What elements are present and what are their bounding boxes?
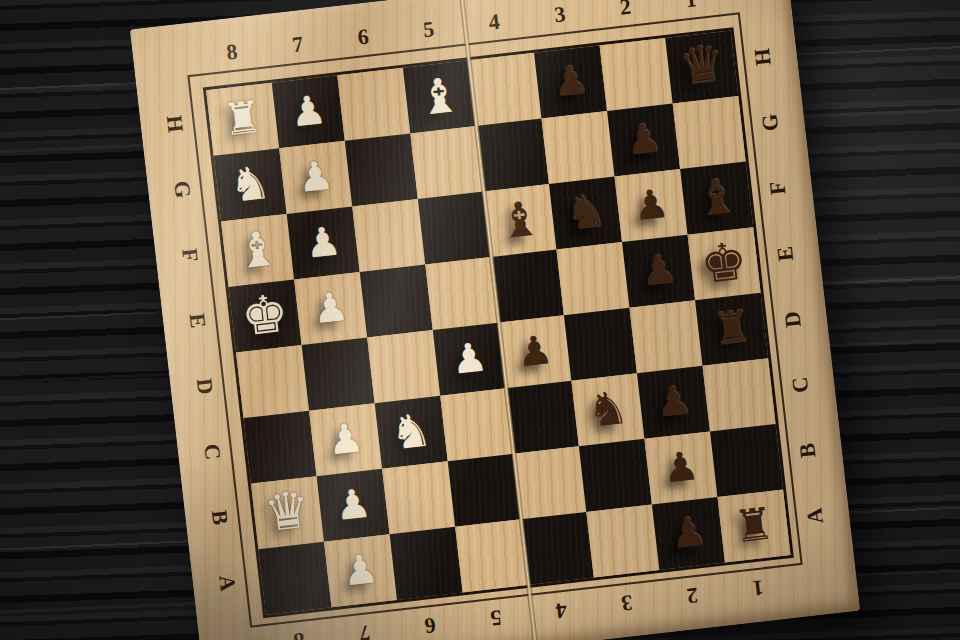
- piece-white-bishop-h5[interactable]: ♝: [403, 60, 476, 131]
- square-g7[interactable]: ♟: [279, 141, 352, 214]
- square-a3[interactable]: [586, 504, 659, 577]
- square-f7[interactable]: ♟: [287, 206, 360, 279]
- square-h4[interactable]: [468, 53, 541, 126]
- square-a8[interactable]: [258, 542, 331, 615]
- square-a4[interactable]: [521, 512, 594, 585]
- square-e5[interactable]: [425, 257, 498, 330]
- square-c2[interactable]: ♟: [637, 366, 710, 439]
- coordinate-label-left-G: G: [146, 158, 218, 221]
- square-e8[interactable]: ♚: [229, 279, 302, 352]
- piece-black-bishop-f4[interactable]: ♝: [483, 184, 556, 255]
- piece-white-pawn-c7[interactable]: ♟: [309, 403, 382, 474]
- piece-black-rook-d1[interactable]: ♜: [695, 293, 768, 364]
- coordinate-label-bottom-1: 1: [722, 556, 794, 619]
- square-b5[interactable]: [448, 454, 521, 527]
- square-e6[interactable]: [360, 265, 433, 338]
- board-grid: ♜♟♝♟♛♞♟♟♝♟♝♞♟♝♚♟♟♚♟♟♜♟♞♞♟♛♟♟♟♟♜: [203, 27, 794, 618]
- piece-black-pawn-e2[interactable]: ♟: [622, 235, 695, 306]
- square-d1[interactable]: ♜: [695, 293, 768, 366]
- square-g2[interactable]: ♟: [607, 103, 680, 176]
- square-f3[interactable]: ♞: [549, 177, 622, 250]
- piece-white-pawn-d5[interactable]: ♟: [433, 323, 506, 394]
- square-e4[interactable]: [491, 250, 564, 323]
- square-h2[interactable]: [600, 38, 673, 111]
- square-h7[interactable]: ♟: [272, 75, 345, 148]
- square-e7[interactable]: ♟: [294, 272, 367, 345]
- square-g4[interactable]: [476, 118, 549, 191]
- piece-black-pawn-c2[interactable]: ♟: [637, 366, 710, 437]
- piece-white-knight-c6[interactable]: ♞: [375, 396, 448, 467]
- square-d7[interactable]: [302, 338, 375, 411]
- square-f6[interactable]: [352, 199, 425, 272]
- coordinate-label-top-3: 3: [524, 0, 596, 46]
- piece-white-knight-g8[interactable]: ♞: [214, 148, 287, 219]
- square-g8[interactable]: ♞: [214, 148, 287, 221]
- square-h3[interactable]: ♟: [534, 45, 607, 118]
- square-h1[interactable]: ♛: [665, 30, 738, 103]
- coordinate-label-top-8: 8: [196, 20, 268, 83]
- square-c7[interactable]: ♟: [309, 403, 382, 476]
- square-g3[interactable]: [541, 111, 614, 184]
- coordinate-label-top-4: 4: [458, 0, 530, 54]
- square-b1[interactable]: [710, 424, 783, 497]
- coordinate-label-bottom-3: 3: [591, 571, 663, 634]
- piece-black-pawn-h3[interactable]: ♟: [534, 45, 607, 116]
- square-d6[interactable]: [367, 330, 440, 403]
- piece-black-queen-h1[interactable]: ♛: [665, 30, 738, 101]
- square-b3[interactable]: [579, 439, 652, 512]
- square-a2[interactable]: ♟: [652, 497, 725, 570]
- square-b2[interactable]: ♟: [644, 431, 717, 504]
- table-background: 87654321 87654321 HGFEDCBA HGFEDCBA ♜♟♝♟…: [0, 0, 960, 640]
- piece-white-pawn-g7[interactable]: ♟: [279, 141, 352, 212]
- coordinate-label-top-2: 2: [589, 0, 661, 39]
- piece-white-queen-b8[interactable]: ♛: [251, 476, 324, 547]
- square-a5[interactable]: [455, 519, 528, 592]
- square-e3[interactable]: [556, 242, 629, 315]
- square-f8[interactable]: ♝: [221, 214, 294, 287]
- coordinate-label-left-H: H: [139, 92, 211, 155]
- square-c8[interactable]: [243, 411, 316, 484]
- square-a7[interactable]: ♟: [324, 534, 397, 607]
- coordinate-label-top-5: 5: [393, 0, 465, 61]
- square-h8[interactable]: ♜: [206, 83, 279, 156]
- square-f1[interactable]: ♝: [680, 162, 753, 235]
- coordinate-label-left-B: B: [184, 486, 256, 549]
- square-a1[interactable]: ♜: [717, 489, 790, 562]
- piece-black-rook-a1[interactable]: ♜: [717, 489, 790, 560]
- piece-black-pawn-d4[interactable]: ♟: [498, 315, 571, 386]
- coordinate-label-top-6: 6: [327, 6, 399, 69]
- piece-white-pawn-a7[interactable]: ♟: [324, 534, 397, 605]
- chess-board: 87654321 87654321 HGFEDCBA HGFEDCBA ♜♟♝♟…: [130, 0, 860, 640]
- piece-black-king-e1[interactable]: ♚: [688, 227, 761, 298]
- piece-white-bishop-f8[interactable]: ♝: [221, 214, 294, 285]
- coordinate-label-left-E: E: [161, 289, 233, 352]
- square-e2[interactable]: ♟: [622, 235, 695, 308]
- piece-white-rook-h8[interactable]: ♜: [206, 83, 279, 154]
- square-f4[interactable]: ♝: [483, 184, 556, 257]
- piece-white-king-e8[interactable]: ♚: [229, 279, 302, 350]
- square-c3[interactable]: ♞: [571, 373, 644, 446]
- square-e1[interactable]: ♚: [688, 227, 761, 300]
- coordinate-label-bottom-2: 2: [656, 564, 728, 627]
- square-f5[interactable]: [418, 191, 491, 264]
- square-h6[interactable]: [337, 68, 410, 141]
- square-b6[interactable]: [382, 461, 455, 534]
- piece-white-pawn-b7[interactable]: ♟: [317, 469, 390, 540]
- coordinate-label-left-F: F: [154, 224, 226, 287]
- piece-white-pawn-f7[interactable]: ♟: [287, 206, 360, 277]
- square-b8[interactable]: ♛: [251, 476, 324, 549]
- piece-black-pawn-b2[interactable]: ♟: [644, 431, 717, 502]
- square-c5[interactable]: [440, 388, 513, 461]
- square-d3[interactable]: [564, 308, 637, 381]
- square-g6[interactable]: [345, 133, 418, 206]
- piece-black-knight-c3[interactable]: ♞: [571, 373, 644, 444]
- square-b4[interactable]: [513, 446, 586, 519]
- coordinate-label-top-1: 1: [655, 0, 727, 31]
- coordinate-label-left-A: A: [191, 551, 263, 614]
- square-f2[interactable]: ♟: [615, 169, 688, 242]
- piece-black-pawn-f2[interactable]: ♟: [615, 169, 688, 240]
- square-h5[interactable]: ♝: [403, 60, 476, 133]
- square-c1[interactable]: [703, 358, 776, 431]
- coordinate-label-bottom-4: 4: [525, 579, 597, 640]
- piece-black-pawn-g2[interactable]: ♟: [607, 103, 680, 174]
- square-d8[interactable]: [236, 345, 309, 418]
- piece-white-pawn-e7[interactable]: ♟: [294, 272, 367, 343]
- square-g5[interactable]: [410, 126, 483, 199]
- square-d4[interactable]: ♟: [498, 315, 571, 388]
- square-b7[interactable]: ♟: [317, 469, 390, 542]
- piece-black-knight-f3[interactable]: ♞: [549, 177, 622, 248]
- piece-black-pawn-a2[interactable]: ♟: [652, 497, 725, 568]
- piece-black-bishop-f1[interactable]: ♝: [680, 162, 753, 233]
- square-a6[interactable]: [390, 527, 463, 600]
- square-g1[interactable]: [673, 96, 746, 169]
- coordinate-label-top-7: 7: [262, 13, 334, 76]
- coordinate-label-left-D: D: [169, 355, 241, 418]
- square-c6[interactable]: ♞: [375, 396, 448, 469]
- square-d5[interactable]: ♟: [433, 323, 506, 396]
- square-c4[interactable]: [506, 381, 579, 454]
- coordinate-label-left-C: C: [176, 420, 248, 483]
- piece-white-pawn-h7[interactable]: ♟: [272, 75, 345, 146]
- square-d2[interactable]: [629, 300, 702, 373]
